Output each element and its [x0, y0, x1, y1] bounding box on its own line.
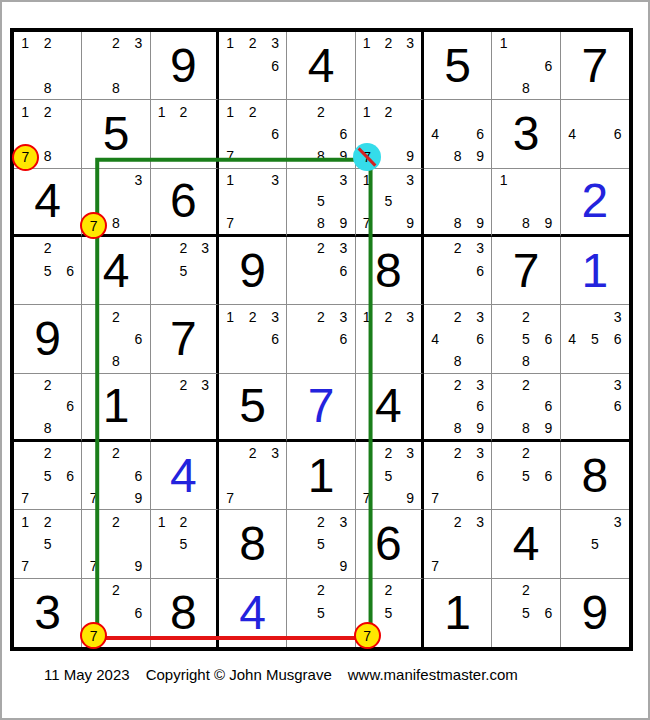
- cell-r8c4[interactable]: 8: [219, 510, 287, 578]
- cell-r7c9[interactable]: 8: [561, 442, 629, 510]
- candidate-3: 3: [606, 305, 629, 327]
- candidates: 1236: [219, 305, 286, 372]
- candidate-3: 3: [606, 374, 629, 396]
- candidate-3: 3: [469, 237, 491, 259]
- given-digit: 5: [424, 32, 491, 99]
- cell-r7c2[interactable]: 2679: [82, 442, 150, 510]
- cell-r4c6[interactable]: 8: [356, 237, 424, 305]
- candidates: 168: [492, 32, 559, 99]
- candidate-9: 9: [127, 487, 149, 509]
- candidate-8: 8: [105, 350, 127, 372]
- candidate-3: 3: [127, 169, 149, 191]
- cell-r5c4[interactable]: 1236: [219, 305, 287, 373]
- given-digit: 7: [561, 32, 629, 99]
- candidates: 236: [424, 237, 491, 304]
- candidates: 3456: [561, 305, 629, 372]
- given-digit: 9: [14, 305, 81, 372]
- candidate-7: 7: [219, 487, 241, 509]
- candidate-6: 6: [469, 123, 491, 145]
- cell-r6c5[interactable]: 7: [287, 374, 355, 442]
- cell-r7c5[interactable]: 1: [287, 442, 355, 510]
- cell-r2c3[interactable]: 12: [151, 100, 219, 168]
- cell-r7c1[interactable]: 2567: [14, 442, 82, 510]
- candidate-8: 8: [515, 77, 537, 99]
- candidate-1: 1: [219, 32, 241, 54]
- cell-r4c3[interactable]: 235: [151, 237, 219, 305]
- cell-r9c3[interactable]: 8: [151, 579, 219, 647]
- cell-r5c7[interactable]: 23468: [424, 305, 492, 373]
- candidates: 13579: [356, 169, 421, 234]
- candidates: 137: [219, 169, 286, 234]
- cell-r1c8[interactable]: 168: [492, 32, 560, 100]
- candidate-1: 1: [219, 305, 241, 327]
- candidates: 1267: [219, 100, 286, 167]
- candidate-8: 8: [446, 212, 468, 234]
- candidate-3: 3: [264, 169, 286, 191]
- candidate-8: 8: [310, 212, 332, 234]
- caption-copyright: Copyright © John Musgrave: [146, 666, 332, 683]
- cell-r5c6[interactable]: 123: [356, 305, 424, 373]
- cell-r5c5[interactable]: 236: [287, 305, 355, 373]
- cell-r6c4[interactable]: 5: [219, 374, 287, 442]
- candidates: 235: [151, 237, 216, 304]
- candidate-2: 2: [241, 32, 263, 54]
- candidate-1: 1: [356, 32, 378, 54]
- candidate-5: 5: [515, 328, 537, 350]
- candidate-2: 2: [105, 32, 127, 54]
- given-digit: 8: [219, 510, 286, 577]
- solved-digit: 4: [151, 442, 216, 509]
- candidate-9: 9: [127, 555, 149, 577]
- candidates: 25: [287, 579, 354, 647]
- cell-r8c1[interactable]: 1257: [14, 510, 82, 578]
- candidate-5: 5: [172, 259, 194, 281]
- cell-r3c6[interactable]: 13579: [356, 169, 424, 237]
- candidate-4: 4: [424, 328, 446, 350]
- cell-r9c7[interactable]: 1: [424, 579, 492, 647]
- cell-r2c2[interactable]: 5: [82, 100, 150, 168]
- cell-r4c1[interactable]: 256: [14, 237, 82, 305]
- cell-r8c7[interactable]: 237: [424, 510, 492, 578]
- candidate-2: 2: [310, 579, 332, 602]
- candidate-2: 2: [515, 442, 537, 464]
- cell-r8c5[interactable]: 2359: [287, 510, 355, 578]
- candidate-9: 9: [399, 145, 421, 167]
- candidate-6: 6: [606, 395, 629, 417]
- candidates: 123: [356, 32, 421, 99]
- cell-r6c6[interactable]: 4: [356, 374, 424, 442]
- candidate-6: 6: [606, 328, 629, 350]
- candidate-2: 2: [36, 510, 58, 532]
- cell-r5c2[interactable]: 268: [82, 305, 150, 373]
- candidate-6: 6: [59, 464, 81, 486]
- candidate-8: 8: [446, 145, 468, 167]
- candidate-2: 2: [377, 305, 399, 327]
- candidates: 36: [561, 374, 629, 439]
- candidates: 128: [14, 32, 81, 99]
- candidate-1: 1: [356, 169, 378, 191]
- candidates: 89: [424, 169, 491, 234]
- cell-r3c3[interactable]: 6: [151, 169, 219, 237]
- given-digit: 4: [287, 32, 354, 99]
- cell-r6c2[interactable]: 1: [82, 374, 150, 442]
- candidate-6: 6: [332, 328, 354, 350]
- candidate-2: 2: [241, 305, 263, 327]
- candidate-1: 1: [492, 32, 514, 54]
- candidate-3: 3: [332, 169, 354, 191]
- candidate-8: 8: [515, 350, 537, 372]
- candidate-9: 9: [332, 145, 354, 167]
- cell-r4c9[interactable]: 1: [561, 237, 629, 305]
- cell-r7c8[interactable]: 256: [492, 442, 560, 510]
- given-digit: 4: [356, 374, 421, 439]
- candidates: 23579: [356, 442, 421, 509]
- cell-r9c9[interactable]: 9: [561, 579, 629, 647]
- given-digit: 7: [492, 237, 559, 304]
- candidate-1: 1: [219, 169, 241, 191]
- candidate-2: 2: [36, 237, 58, 259]
- cell-r1c1[interactable]: 128: [14, 32, 82, 100]
- candidate-9: 9: [537, 417, 559, 439]
- candidate-2: 2: [36, 442, 58, 464]
- candidate-8: 8: [446, 350, 468, 372]
- cell-r7c4[interactable]: 237: [219, 442, 287, 510]
- candidates: 237: [219, 442, 286, 509]
- candidate-1: 1: [492, 169, 514, 191]
- solved-digit: 1: [561, 237, 629, 304]
- candidate-6: 6: [537, 395, 559, 417]
- candidate-6: 6: [59, 395, 81, 417]
- cell-r7c3[interactable]: 4: [151, 442, 219, 510]
- candidate-2: 2: [172, 100, 194, 122]
- candidates: 23468: [424, 305, 491, 372]
- candidate-3: 3: [332, 237, 354, 259]
- given-digit: 6: [151, 169, 216, 234]
- candidate-5: 5: [36, 259, 58, 281]
- candidate-2: 2: [241, 442, 263, 464]
- candidates: 237: [424, 510, 491, 577]
- cell-r1c5[interactable]: 4: [287, 32, 355, 100]
- candidate-9: 9: [469, 417, 491, 439]
- candidate-8: 8: [105, 77, 127, 99]
- candidate-4: 4: [561, 328, 584, 350]
- candidate-3: 3: [264, 442, 286, 464]
- given-digit: 3: [492, 100, 559, 167]
- candidates: 125: [151, 510, 216, 577]
- candidate-9: 9: [399, 487, 421, 509]
- candidate-2: 2: [172, 374, 194, 396]
- cell-r1c9[interactable]: 7: [561, 32, 629, 100]
- candidate-5: 5: [583, 328, 606, 350]
- sudoku-board: 1282389123641235168712851212672689129468…: [10, 28, 633, 651]
- candidate-2: 2: [310, 305, 332, 327]
- candidates: 268: [82, 305, 149, 372]
- candidate-1: 1: [151, 100, 173, 122]
- sudoku-diagram: 1282389123641235168712851212672689129468…: [0, 0, 650, 720]
- solved-digit: 7: [287, 374, 354, 439]
- candidates: 236: [287, 305, 354, 372]
- cell-r3c9[interactable]: 2: [561, 169, 629, 237]
- given-digit: 6: [356, 510, 421, 577]
- candidate-3: 3: [332, 510, 354, 532]
- given-digit: 1: [82, 374, 149, 439]
- cell-r1c3[interactable]: 9: [151, 32, 219, 100]
- caption-website: www.manifestmaster.com: [348, 666, 518, 683]
- given-digit: 9: [219, 237, 286, 304]
- cell-r3c4[interactable]: 137: [219, 169, 287, 237]
- candidate-2: 2: [310, 100, 332, 122]
- candidate-6: 6: [332, 123, 354, 145]
- candidate-5: 5: [377, 190, 399, 212]
- candidate-2: 2: [446, 305, 468, 327]
- candidate-2: 2: [36, 100, 58, 122]
- cell-r3c1[interactable]: 4: [14, 169, 82, 237]
- chain-circle-r2c1: 7: [12, 144, 39, 171]
- candidate-3: 3: [469, 305, 491, 327]
- given-digit: 1: [287, 442, 354, 509]
- candidate-8: 8: [36, 77, 58, 99]
- given-digit: 9: [151, 32, 216, 99]
- candidates: 12: [151, 100, 216, 167]
- cell-r4c8[interactable]: 7: [492, 237, 560, 305]
- candidate-8: 8: [446, 417, 468, 439]
- candidate-9: 9: [332, 212, 354, 234]
- candidate-3: 3: [469, 442, 491, 464]
- cell-r9c8[interactable]: 256: [492, 579, 560, 647]
- candidate-6: 6: [469, 259, 491, 281]
- cell-r7c6[interactable]: 23579: [356, 442, 424, 510]
- candidates: 256: [492, 442, 559, 509]
- candidate-2: 2: [105, 510, 127, 532]
- candidate-6: 6: [127, 464, 149, 486]
- candidate-4: 4: [561, 123, 584, 145]
- candidate-2: 2: [446, 510, 468, 532]
- cell-r4c2[interactable]: 4: [82, 237, 150, 305]
- candidate-7: 7: [14, 487, 36, 509]
- candidates: 2679: [82, 442, 149, 509]
- caption-date: 11 May 2023: [44, 666, 130, 683]
- candidates: 2568: [492, 305, 559, 372]
- cell-r6c8[interactable]: 2689: [492, 374, 560, 442]
- cell-r8c2[interactable]: 279: [82, 510, 150, 578]
- cell-r2c9[interactable]: 46: [561, 100, 629, 168]
- candidate-5: 5: [310, 190, 332, 212]
- candidate-5: 5: [172, 533, 194, 555]
- given-digit: 3: [14, 579, 81, 647]
- candidate-7: 7: [424, 487, 446, 509]
- cell-r6c3[interactable]: 23: [151, 374, 219, 442]
- elimination-slash-icon: [358, 148, 377, 167]
- candidate-2: 2: [515, 374, 537, 396]
- candidates: 268: [14, 374, 81, 439]
- cell-r5c9[interactable]: 3456: [561, 305, 629, 373]
- given-digit: 5: [219, 374, 286, 439]
- candidates: 3589: [287, 169, 354, 234]
- cell-r1c6[interactable]: 123: [356, 32, 424, 100]
- cell-r8c8[interactable]: 4: [492, 510, 560, 578]
- given-digit: 8: [151, 579, 216, 647]
- caption: 11 May 2023Copyright © John Musgravewww.…: [44, 666, 534, 683]
- candidate-9: 9: [537, 212, 559, 234]
- candidate-7: 7: [424, 555, 446, 577]
- given-digit: 8: [561, 442, 629, 509]
- cell-r2c7[interactable]: 4689: [424, 100, 492, 168]
- candidate-5: 5: [36, 464, 58, 486]
- candidate-2: 2: [515, 579, 537, 602]
- candidate-2: 2: [241, 100, 263, 122]
- given-digit: 7: [151, 305, 216, 372]
- candidate-6: 6: [469, 464, 491, 486]
- candidate-7: 7: [356, 487, 378, 509]
- cell-r9c4[interactable]: 4: [219, 579, 287, 647]
- candidate-2: 2: [377, 579, 399, 602]
- given-digit: 9: [561, 579, 629, 647]
- candidate-2: 2: [105, 579, 127, 602]
- candidate-9: 9: [469, 145, 491, 167]
- candidates: 35: [561, 510, 629, 577]
- candidate-9: 9: [332, 555, 354, 577]
- candidate-3: 3: [469, 374, 491, 396]
- candidate-5: 5: [310, 601, 332, 624]
- cell-r4c7[interactable]: 236: [424, 237, 492, 305]
- candidate-5: 5: [36, 533, 58, 555]
- candidate-6: 6: [537, 601, 559, 624]
- candidate-3: 3: [264, 305, 286, 327]
- cell-r1c2[interactable]: 238: [82, 32, 150, 100]
- candidate-7: 7: [82, 555, 104, 577]
- candidates: 23689: [424, 374, 491, 439]
- candidate-3: 3: [127, 32, 149, 54]
- candidate-7: 7: [356, 212, 378, 234]
- candidates: 23: [151, 374, 216, 439]
- candidate-3: 3: [399, 305, 421, 327]
- cell-r3c5[interactable]: 3589: [287, 169, 355, 237]
- candidates: 238: [82, 32, 149, 99]
- cell-r6c1[interactable]: 268: [14, 374, 82, 442]
- candidate-5: 5: [377, 601, 399, 624]
- candidate-8: 8: [36, 145, 58, 167]
- cell-r9c1[interactable]: 3: [14, 579, 82, 647]
- candidate-8: 8: [515, 212, 537, 234]
- cell-r3c8[interactable]: 189: [492, 169, 560, 237]
- cell-r9c5[interactable]: 25: [287, 579, 355, 647]
- candidate-2: 2: [515, 305, 537, 327]
- candidate-6: 6: [127, 601, 149, 624]
- candidate-8: 8: [310, 145, 332, 167]
- candidates: 236: [287, 237, 354, 304]
- cell-r2c4[interactable]: 1267: [219, 100, 287, 168]
- candidate-6: 6: [127, 328, 149, 350]
- candidates: 189: [492, 169, 559, 234]
- candidate-6: 6: [332, 259, 354, 281]
- candidate-2: 2: [310, 510, 332, 532]
- candidate-3: 3: [194, 237, 216, 259]
- candidates: 2689: [492, 374, 559, 439]
- candidate-6: 6: [264, 123, 286, 145]
- cell-r8c9[interactable]: 35: [561, 510, 629, 578]
- cell-r7c7[interactable]: 2367: [424, 442, 492, 510]
- candidate-1: 1: [14, 510, 36, 532]
- candidate-6: 6: [264, 328, 286, 350]
- candidate-2: 2: [172, 237, 194, 259]
- candidates: 123: [356, 305, 421, 372]
- cell-r1c7[interactable]: 5: [424, 32, 492, 100]
- candidates: 2689: [287, 100, 354, 167]
- cell-r4c4[interactable]: 9: [219, 237, 287, 305]
- solved-digit: 2: [561, 169, 629, 234]
- candidates: 2359: [287, 510, 354, 577]
- cell-r3c7[interactable]: 89: [424, 169, 492, 237]
- cell-r1c4[interactable]: 1236: [219, 32, 287, 100]
- candidate-7: 7: [82, 487, 104, 509]
- candidate-2: 2: [105, 305, 127, 327]
- given-digit: 8: [356, 237, 421, 304]
- candidate-9: 9: [399, 212, 421, 234]
- candidate-6: 6: [264, 54, 286, 76]
- candidates: 4689: [424, 100, 491, 167]
- candidates: 256: [492, 579, 559, 647]
- candidate-1: 1: [219, 100, 241, 122]
- candidate-8: 8: [36, 417, 58, 439]
- candidate-8: 8: [515, 417, 537, 439]
- candidate-1: 1: [14, 32, 36, 54]
- candidate-6: 6: [469, 328, 491, 350]
- candidate-3: 3: [399, 442, 421, 464]
- candidate-3: 3: [332, 305, 354, 327]
- candidates: 46: [561, 100, 629, 167]
- candidate-6: 6: [537, 54, 559, 76]
- cell-r5c3[interactable]: 7: [151, 305, 219, 373]
- candidate-7: 7: [219, 145, 241, 167]
- candidate-5: 5: [377, 464, 399, 486]
- candidate-2: 2: [310, 237, 332, 259]
- candidate-3: 3: [194, 374, 216, 396]
- cell-r4c5[interactable]: 236: [287, 237, 355, 305]
- cell-r6c9[interactable]: 36: [561, 374, 629, 442]
- candidates: 256: [14, 237, 81, 304]
- candidate-2: 2: [172, 510, 194, 532]
- candidate-2: 2: [377, 32, 399, 54]
- given-digit: 4: [82, 237, 149, 304]
- chain-circle-r9c6: 7: [354, 622, 381, 649]
- cell-r2c8[interactable]: 3: [492, 100, 560, 168]
- cell-r2c5[interactable]: 2689: [287, 100, 355, 168]
- candidate-2: 2: [377, 100, 399, 122]
- candidate-1: 1: [151, 510, 173, 532]
- candidate-9: 9: [469, 212, 491, 234]
- cell-r8c6[interactable]: 6: [356, 510, 424, 578]
- candidate-1: 1: [356, 100, 378, 122]
- given-digit: 4: [14, 169, 81, 234]
- cell-r5c1[interactable]: 9: [14, 305, 82, 373]
- candidate-3: 3: [264, 32, 286, 54]
- candidate-7: 7: [219, 212, 241, 234]
- cell-r8c3[interactable]: 125: [151, 510, 219, 578]
- cell-r6c7[interactable]: 23689: [424, 374, 492, 442]
- candidate-6: 6: [59, 259, 81, 281]
- candidates: 1236: [219, 32, 286, 99]
- candidates: 279: [82, 510, 149, 577]
- cell-r5c8[interactable]: 2568: [492, 305, 560, 373]
- given-digit: 1: [424, 579, 491, 647]
- candidate-1: 1: [14, 100, 36, 122]
- given-digit: 4: [492, 510, 559, 577]
- candidate-2: 2: [36, 32, 58, 54]
- candidate-6: 6: [537, 328, 559, 350]
- candidate-2: 2: [446, 374, 468, 396]
- candidate-6: 6: [606, 123, 629, 145]
- candidates: 2567: [14, 442, 81, 509]
